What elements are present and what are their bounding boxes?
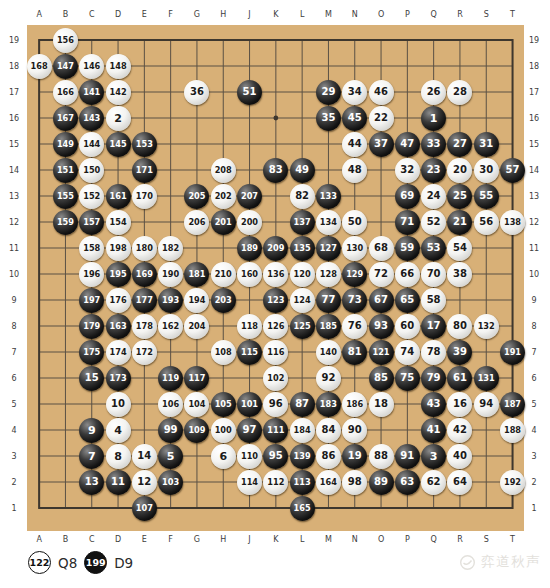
intersection-Q15: 33 xyxy=(420,131,446,157)
intersection-B4 xyxy=(52,417,78,443)
intersection-O9: 67 xyxy=(368,287,394,313)
stone-black-K11: 209 xyxy=(263,236,288,261)
row-label-left-1: 1 xyxy=(11,504,16,513)
intersection-M10: 128 xyxy=(315,261,341,287)
intersection-S1 xyxy=(473,495,499,521)
intersection-A1 xyxy=(26,495,52,521)
intersection-L2: 113 xyxy=(289,469,315,495)
stone-white-O5: 18 xyxy=(369,392,394,417)
intersection-E2: 12 xyxy=(131,469,157,495)
intersection-H9: 203 xyxy=(210,287,236,313)
intersection-B11 xyxy=(52,235,78,261)
intersection-O7: 121 xyxy=(368,339,394,365)
intersection-H3: 6 xyxy=(210,443,236,469)
stone-black-C17: 141 xyxy=(79,80,104,105)
intersection-K7: 116 xyxy=(263,339,289,365)
intersection-R13: 25 xyxy=(447,183,473,209)
intersection-T6 xyxy=(499,365,525,391)
intersection-G11 xyxy=(184,235,210,261)
intersection-J7: 115 xyxy=(236,339,262,365)
intersection-O13 xyxy=(368,183,394,209)
intersection-A13 xyxy=(26,183,52,209)
intersection-P5 xyxy=(394,391,420,417)
column-label-top-O: O xyxy=(378,9,384,18)
intersection-A9 xyxy=(26,287,52,313)
intersection-S19 xyxy=(473,27,499,53)
intersection-A17 xyxy=(26,79,52,105)
stone-white-M10: 128 xyxy=(316,262,341,287)
stone-white-O3: 88 xyxy=(369,444,394,469)
intersection-P13: 69 xyxy=(394,183,420,209)
stone-white-D9: 176 xyxy=(106,288,131,313)
intersection-T9 xyxy=(499,287,525,313)
intersection-H7: 108 xyxy=(210,339,236,365)
stone-black-J5: 101 xyxy=(237,392,262,417)
go-board: 1561681471461481661411423651293446262816… xyxy=(26,27,526,521)
stone-black-J4: 97 xyxy=(237,418,262,443)
intersection-T16 xyxy=(499,105,525,131)
intersection-B16: 167 xyxy=(52,105,78,131)
intersection-T10 xyxy=(499,261,525,287)
intersection-G14 xyxy=(184,157,210,183)
intersection-J6 xyxy=(236,365,262,391)
stone-white-R17: 28 xyxy=(447,80,472,105)
intersection-K3: 95 xyxy=(263,443,289,469)
stone-black-L3: 139 xyxy=(290,444,315,469)
stone-white-N15: 44 xyxy=(342,132,367,157)
column-label-bottom-F: F xyxy=(168,534,173,543)
intersection-J1 xyxy=(236,495,262,521)
intersection-N3: 19 xyxy=(342,443,368,469)
intersection-S13: 55 xyxy=(473,183,499,209)
row-label-right-14: 14 xyxy=(529,166,539,175)
intersection-F5: 106 xyxy=(157,391,183,417)
intersection-D9: 176 xyxy=(105,287,131,313)
column-label-bottom-L: L xyxy=(300,534,304,543)
stone-black-P6: 75 xyxy=(395,366,420,391)
row-label-right-4: 4 xyxy=(531,426,536,435)
intersection-E17 xyxy=(131,79,157,105)
stone-white-T12: 138 xyxy=(500,210,525,235)
column-label-bottom-D: D xyxy=(115,534,121,543)
stone-white-H10: 210 xyxy=(211,262,236,287)
intersection-O15: 37 xyxy=(368,131,394,157)
stone-white-M3: 86 xyxy=(316,444,341,469)
intersection-B13: 155 xyxy=(52,183,78,209)
intersection-Q14: 23 xyxy=(420,157,446,183)
column-label-bottom-J: J xyxy=(248,534,250,543)
stone-black-R12: 21 xyxy=(447,210,472,235)
intersection-J18 xyxy=(236,53,262,79)
intersection-P16 xyxy=(394,105,420,131)
stone-black-P12: 71 xyxy=(395,210,420,235)
row-label-left-2: 2 xyxy=(11,478,16,487)
stone-black-P3: 91 xyxy=(395,444,420,469)
intersection-F15 xyxy=(157,131,183,157)
intersection-N9: 73 xyxy=(342,287,368,313)
row-label-right-16: 16 xyxy=(529,114,539,123)
stone-black-P15: 47 xyxy=(395,132,420,157)
stone-black-P13: 69 xyxy=(395,184,420,209)
intersection-Q1 xyxy=(420,495,446,521)
intersection-T8 xyxy=(499,313,525,339)
intersection-L11: 135 xyxy=(289,235,315,261)
intersection-G6: 117 xyxy=(184,365,210,391)
stone-black-O15: 37 xyxy=(369,132,394,157)
stone-white-J2: 114 xyxy=(237,470,262,495)
intersection-G4: 109 xyxy=(184,417,210,443)
intersection-L6 xyxy=(289,365,315,391)
stone-black-S6: 131 xyxy=(474,366,499,391)
intersection-P2: 63 xyxy=(394,469,420,495)
stone-black-D6: 173 xyxy=(106,366,131,391)
intersection-M18 xyxy=(315,53,341,79)
stone-black-K4: 111 xyxy=(263,418,288,443)
stone-white-R3: 40 xyxy=(447,444,472,469)
caption-replayed-moves: 122 Q8 199 D9 xyxy=(28,551,133,574)
intersection-T2: 192 xyxy=(499,469,525,495)
intersection-O8: 93 xyxy=(368,313,394,339)
row-label-left-9: 9 xyxy=(11,296,16,305)
stone-black-C2: 13 xyxy=(79,470,104,495)
intersection-N6 xyxy=(342,365,368,391)
column-label-bottom-O: O xyxy=(378,534,384,543)
stone-black-S13: 55 xyxy=(474,184,499,209)
caption-black-stone: 199 xyxy=(84,551,107,574)
column-label-bottom-K: K xyxy=(273,534,278,543)
intersection-J12: 200 xyxy=(236,209,262,235)
stone-black-T5: 187 xyxy=(500,392,525,417)
stone-white-C13: 152 xyxy=(79,184,104,209)
intersection-J14 xyxy=(236,157,262,183)
intersection-N1 xyxy=(342,495,368,521)
stone-black-Q15: 33 xyxy=(421,132,446,157)
stone-black-D10: 195 xyxy=(106,262,131,287)
stone-black-R6: 61 xyxy=(447,366,472,391)
intersection-A11 xyxy=(26,235,52,261)
intersection-C17: 141 xyxy=(79,79,105,105)
intersection-Q4: 41 xyxy=(420,417,446,443)
intersection-C9: 197 xyxy=(79,287,105,313)
stone-white-F10: 190 xyxy=(158,262,183,287)
stone-black-S15: 31 xyxy=(474,132,499,157)
stone-white-S5: 94 xyxy=(474,392,499,417)
intersection-R2: 64 xyxy=(447,469,473,495)
intersection-O17: 46 xyxy=(368,79,394,105)
stone-white-C11: 158 xyxy=(79,236,104,261)
row-label-right-11: 11 xyxy=(529,244,539,253)
row-label-right-8: 8 xyxy=(531,322,536,331)
column-label-bottom-T: T xyxy=(510,534,515,543)
stone-white-L13: 82 xyxy=(290,184,315,209)
intersection-K1 xyxy=(263,495,289,521)
intersection-O11: 68 xyxy=(368,235,394,261)
stone-white-H3: 6 xyxy=(211,444,236,469)
column-label-top-D: D xyxy=(115,9,121,18)
intersection-R17: 28 xyxy=(447,79,473,105)
column-label-top-B: B xyxy=(63,9,69,18)
intersection-J10: 160 xyxy=(236,261,262,287)
stone-black-M9: 77 xyxy=(316,288,341,313)
intersection-S18 xyxy=(473,53,499,79)
stone-black-F6: 119 xyxy=(158,366,183,391)
intersection-L14: 49 xyxy=(289,157,315,183)
intersection-J4: 97 xyxy=(236,417,262,443)
intersection-D2: 11 xyxy=(105,469,131,495)
intersection-C11: 158 xyxy=(79,235,105,261)
intersection-R14: 20 xyxy=(447,157,473,183)
column-label-top-A: A xyxy=(36,9,41,18)
stone-black-O7: 121 xyxy=(369,340,394,365)
stone-white-G17: 36 xyxy=(184,80,209,105)
intersection-Q3: 3 xyxy=(420,443,446,469)
stone-black-Q5: 43 xyxy=(421,392,446,417)
column-label-bottom-G: G xyxy=(194,534,200,543)
stone-black-J11: 189 xyxy=(237,236,262,261)
row-label-left-7: 7 xyxy=(11,348,16,357)
intersection-C5 xyxy=(79,391,105,417)
stone-black-L8: 125 xyxy=(290,314,315,339)
intersection-S12: 56 xyxy=(473,209,499,235)
stone-white-O17: 46 xyxy=(369,80,394,105)
intersection-L19 xyxy=(289,27,315,53)
intersection-P8: 60 xyxy=(394,313,420,339)
intersection-E11: 180 xyxy=(131,235,157,261)
stone-black-M5: 183 xyxy=(316,392,341,417)
intersection-H8 xyxy=(210,313,236,339)
intersection-J3: 110 xyxy=(236,443,262,469)
intersection-S15: 31 xyxy=(473,131,499,157)
intersection-Q12: 52 xyxy=(420,209,446,235)
intersection-F11: 182 xyxy=(157,235,183,261)
intersection-B7 xyxy=(52,339,78,365)
intersection-L18 xyxy=(289,53,315,79)
stone-white-G5: 104 xyxy=(184,392,209,417)
intersection-O1 xyxy=(368,495,394,521)
intersection-F13 xyxy=(157,183,183,209)
intersection-O18 xyxy=(368,53,394,79)
intersection-A19 xyxy=(26,27,52,53)
stone-white-B17: 166 xyxy=(53,80,78,105)
intersection-E9: 177 xyxy=(131,287,157,313)
stone-black-Q3: 3 xyxy=(421,444,446,469)
intersection-C6: 15 xyxy=(79,365,105,391)
intersection-N7: 81 xyxy=(342,339,368,365)
stone-white-K2: 112 xyxy=(263,470,288,495)
intersection-F7 xyxy=(157,339,183,365)
stone-white-K8: 126 xyxy=(263,314,288,339)
intersection-H13: 202 xyxy=(210,183,236,209)
stone-white-J3: 110 xyxy=(237,444,262,469)
intersection-E8: 178 xyxy=(131,313,157,339)
column-label-top-E: E xyxy=(142,9,147,18)
column-label-top-S: S xyxy=(484,9,489,18)
intersection-M7: 140 xyxy=(315,339,341,365)
intersection-A15 xyxy=(26,131,52,157)
stone-black-Q8: 17 xyxy=(421,314,446,339)
watermark-text: 弈道秋声 xyxy=(481,553,541,571)
intersection-A12 xyxy=(26,209,52,235)
stone-black-O6: 85 xyxy=(369,366,394,391)
stone-black-P9: 65 xyxy=(395,288,420,313)
row-label-right-10: 10 xyxy=(529,270,539,279)
intersection-O12 xyxy=(368,209,394,235)
intersection-D16: 2 xyxy=(105,105,131,131)
intersection-A10 xyxy=(26,261,52,287)
stone-white-H13: 202 xyxy=(211,184,236,209)
intersection-P1 xyxy=(394,495,420,521)
intersection-H2 xyxy=(210,469,236,495)
stone-black-L14: 49 xyxy=(290,158,315,183)
column-label-top-J: J xyxy=(248,9,250,18)
intersection-R3: 40 xyxy=(447,443,473,469)
intersection-M1 xyxy=(315,495,341,521)
intersection-T19 xyxy=(499,27,525,53)
stone-white-R11: 54 xyxy=(447,236,472,261)
intersection-S10 xyxy=(473,261,499,287)
intersection-Q2: 62 xyxy=(420,469,446,495)
intersection-O6: 85 xyxy=(368,365,394,391)
intersection-C14: 150 xyxy=(79,157,105,183)
stone-white-D5: 10 xyxy=(106,392,131,417)
intersection-E6 xyxy=(131,365,157,391)
intersection-D14 xyxy=(105,157,131,183)
intersection-D11: 198 xyxy=(105,235,131,261)
stone-white-E2: 12 xyxy=(132,470,157,495)
intersection-D3: 8 xyxy=(105,443,131,469)
intersection-S11 xyxy=(473,235,499,261)
intersection-H10: 210 xyxy=(210,261,236,287)
intersection-F18 xyxy=(157,53,183,79)
intersection-C16: 143 xyxy=(79,105,105,131)
stone-white-M4: 84 xyxy=(316,418,341,443)
stone-black-Q4: 41 xyxy=(421,418,446,443)
column-label-bottom-M: M xyxy=(325,534,332,543)
stone-white-F8: 162 xyxy=(158,314,183,339)
stone-white-K5: 96 xyxy=(263,392,288,417)
stone-white-R4: 42 xyxy=(447,418,472,443)
intersection-L12: 137 xyxy=(289,209,315,235)
intersection-O4 xyxy=(368,417,394,443)
intersection-L3: 139 xyxy=(289,443,315,469)
stone-white-O16: 22 xyxy=(369,106,394,131)
intersection-A18: 168 xyxy=(26,53,52,79)
intersection-F8: 162 xyxy=(157,313,183,339)
intersection-S8: 132 xyxy=(473,313,499,339)
stone-white-S8: 132 xyxy=(474,314,499,339)
column-label-bottom-Q: Q xyxy=(430,534,436,543)
stone-black-H9: 203 xyxy=(211,288,236,313)
stone-black-C16: 143 xyxy=(79,106,104,131)
stone-white-N5: 186 xyxy=(342,392,367,417)
intersection-Q9: 58 xyxy=(420,287,446,313)
intersection-J5: 101 xyxy=(236,391,262,417)
stone-black-R7: 39 xyxy=(447,340,472,365)
stone-black-F3: 5 xyxy=(158,444,183,469)
stone-black-P11: 59 xyxy=(395,236,420,261)
stone-black-K9: 123 xyxy=(263,288,288,313)
intersection-C4: 9 xyxy=(79,417,105,443)
intersection-N12: 50 xyxy=(342,209,368,235)
stone-black-F4: 99 xyxy=(158,418,183,443)
intersection-T17 xyxy=(499,79,525,105)
intersection-D6: 173 xyxy=(105,365,131,391)
intersection-E10: 169 xyxy=(131,261,157,287)
intersection-D17: 142 xyxy=(105,79,131,105)
intersection-O16: 22 xyxy=(368,105,394,131)
stone-black-N9: 73 xyxy=(342,288,367,313)
watermark-logo-icon xyxy=(459,554,476,571)
row-label-right-13: 13 xyxy=(529,192,539,201)
intersection-A8 xyxy=(26,313,52,339)
stone-black-C3: 7 xyxy=(79,444,104,469)
stone-white-G12: 206 xyxy=(184,210,209,235)
stone-black-M13: 133 xyxy=(316,184,341,209)
stone-black-Q11: 53 xyxy=(421,236,446,261)
column-label-bottom-H: H xyxy=(220,534,226,543)
intersection-N19 xyxy=(342,27,368,53)
intersection-F12 xyxy=(157,209,183,235)
intersection-E19 xyxy=(131,27,157,53)
intersection-T13 xyxy=(499,183,525,209)
intersection-L16 xyxy=(289,105,315,131)
row-label-left-11: 11 xyxy=(9,244,19,253)
row-label-right-19: 19 xyxy=(529,36,539,45)
intersection-Q17: 26 xyxy=(420,79,446,105)
intersection-N17: 34 xyxy=(342,79,368,105)
stone-black-Q16: 1 xyxy=(421,106,446,131)
intersection-D10: 195 xyxy=(105,261,131,287)
intersection-G17: 36 xyxy=(184,79,210,105)
intersection-D13: 161 xyxy=(105,183,131,209)
intersection-G3 xyxy=(184,443,210,469)
intersection-J16 xyxy=(236,105,262,131)
column-label-top-T: T xyxy=(510,9,515,18)
stone-white-R14: 20 xyxy=(447,158,472,183)
stone-white-N4: 90 xyxy=(342,418,367,443)
intersection-Q13: 24 xyxy=(420,183,446,209)
stone-black-K3: 95 xyxy=(263,444,288,469)
intersection-F16 xyxy=(157,105,183,131)
intersection-C13: 152 xyxy=(79,183,105,209)
intersection-A6 xyxy=(26,365,52,391)
intersection-H18 xyxy=(210,53,236,79)
stone-white-Q10: 70 xyxy=(421,262,446,287)
intersection-R10: 38 xyxy=(447,261,473,287)
intersection-H14: 208 xyxy=(210,157,236,183)
intersection-E4 xyxy=(131,417,157,443)
row-label-left-12: 12 xyxy=(9,218,19,227)
stone-white-H14: 208 xyxy=(211,158,236,183)
intersection-L8: 125 xyxy=(289,313,315,339)
stone-black-Q6: 79 xyxy=(421,366,446,391)
intersection-H1 xyxy=(210,495,236,521)
intersection-A14 xyxy=(26,157,52,183)
intersection-R12: 21 xyxy=(447,209,473,235)
intersection-K10: 136 xyxy=(263,261,289,287)
column-label-top-L: L xyxy=(300,9,304,18)
stone-white-P8: 60 xyxy=(395,314,420,339)
stone-black-E15: 153 xyxy=(132,132,157,157)
column-label-top-H: H xyxy=(220,9,226,18)
stone-black-M11: 127 xyxy=(316,236,341,261)
stone-black-R13: 25 xyxy=(447,184,472,209)
intersection-Q10: 70 xyxy=(420,261,446,287)
stone-black-E9: 177 xyxy=(132,288,157,313)
intersection-N2: 98 xyxy=(342,469,368,495)
stone-white-D7: 174 xyxy=(106,340,131,365)
stone-black-N16: 45 xyxy=(342,106,367,131)
